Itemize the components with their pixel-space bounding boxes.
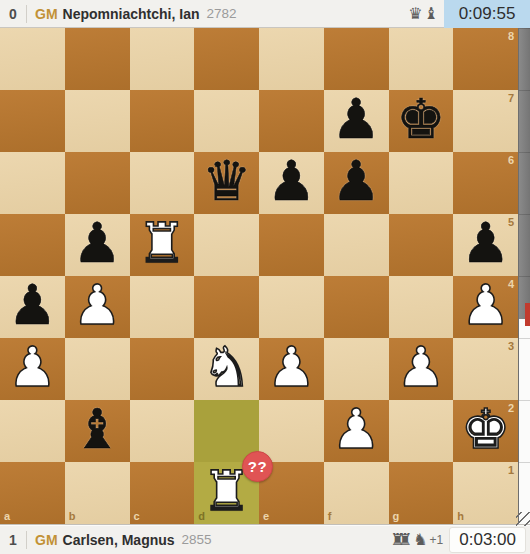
square-c2[interactable] [130, 400, 195, 462]
rank-label-6: 6 [508, 155, 514, 166]
square-h7[interactable]: 7 [453, 90, 518, 152]
square-f7[interactable]: ♟ [324, 90, 389, 152]
square-g6[interactable] [389, 152, 454, 214]
black-match-score: 0 [0, 6, 26, 22]
black-title: GM [35, 6, 58, 22]
square-b3[interactable] [65, 338, 130, 400]
square-e2[interactable] [259, 400, 324, 462]
square-e5[interactable] [259, 214, 324, 276]
file-label-b: b [69, 511, 76, 522]
chess-board[interactable]: 8♟♚7♛♟♟6♟♜5♟♟♟4♟♟♞♟♟3♝♟2♚abcd♜efg1h [0, 28, 518, 524]
captured-bishop-icon: ♝ [424, 6, 438, 22]
square-h6[interactable]: 6 [453, 152, 518, 214]
square-f2[interactable]: ♟ [324, 400, 389, 462]
square-e4[interactable] [259, 276, 324, 338]
white-match-score: 1 [0, 532, 26, 548]
square-h5[interactable]: 5♟ [453, 214, 518, 276]
square-a4[interactable]: ♟ [0, 276, 65, 338]
file-label-c: c [134, 511, 140, 522]
square-c5[interactable]: ♜ [130, 214, 195, 276]
square-f8[interactable] [324, 28, 389, 90]
square-b5[interactable]: ♟ [65, 214, 130, 276]
rank-label-7: 7 [508, 93, 514, 104]
square-a2[interactable] [0, 400, 65, 462]
white-king-h2[interactable]: ♚ [461, 402, 510, 457]
square-c8[interactable] [130, 28, 195, 90]
file-label-g: g [393, 511, 400, 522]
square-f4[interactable] [324, 276, 389, 338]
square-h3[interactable]: 3 [453, 338, 518, 400]
top-player-bar: 0 GM Nepomniachtchi, Ian 2782 ♛♝ 0:09:55 [0, 0, 530, 28]
file-label-e: e [263, 511, 269, 522]
square-b6[interactable] [65, 152, 130, 214]
rank-label-3: 3 [508, 341, 514, 352]
white-pawn-g3[interactable]: ♟ [396, 340, 445, 395]
black-material-advantage: ♛♝ [407, 6, 438, 22]
captured-knight-icon: ♞ [413, 532, 427, 548]
square-d3[interactable]: ♞ [194, 338, 259, 400]
black-pawn-a4[interactable]: ♟ [8, 278, 57, 333]
square-a3[interactable]: ♟ [0, 338, 65, 400]
white-pawn-a3[interactable]: ♟ [8, 340, 57, 395]
square-g1[interactable]: g [389, 462, 454, 524]
evaluation-bar[interactable] [518, 28, 530, 524]
square-g5[interactable] [389, 214, 454, 276]
material-points-advantage: +1 [430, 533, 444, 547]
bar-divider [26, 531, 27, 549]
white-pawn-f2[interactable]: ♟ [331, 402, 380, 457]
white-title: GM [35, 532, 58, 548]
evaluation-blunder-marker [525, 303, 530, 326]
white-pawn-e3[interactable]: ♟ [267, 340, 316, 395]
black-pawn-b5[interactable]: ♟ [72, 216, 121, 271]
square-g7[interactable]: ♚ [389, 90, 454, 152]
square-a5[interactable] [0, 214, 65, 276]
rank-label-8: 8 [508, 31, 514, 42]
square-d8[interactable] [194, 28, 259, 90]
black-clock: 0:09:55 [444, 0, 530, 28]
square-d5[interactable] [194, 214, 259, 276]
black-player-name: Nepomniachtchi, Ian [63, 6, 200, 22]
black-bishop-b2[interactable]: ♝ [72, 402, 121, 457]
square-f5[interactable] [324, 214, 389, 276]
bar-divider [26, 5, 27, 23]
square-g8[interactable] [389, 28, 454, 90]
file-label-a: a [4, 511, 10, 522]
square-d7[interactable] [194, 90, 259, 152]
square-c3[interactable] [130, 338, 195, 400]
square-f3[interactable] [324, 338, 389, 400]
square-a1[interactable]: a [0, 462, 65, 524]
board-area: 8♟♚7♛♟♟6♟♜5♟♟♟4♟♟♞♟♟3♝♟2♚abcd♜efg1h ?? [0, 28, 530, 524]
square-e7[interactable] [259, 90, 324, 152]
square-c6[interactable] [130, 152, 195, 214]
blunder-annotation-badge: ?? [242, 451, 273, 482]
square-b2[interactable]: ♝ [65, 400, 130, 462]
captured-queen-icon: ♛ [408, 6, 422, 22]
square-a7[interactable] [0, 90, 65, 152]
captured-rook-icon: ♜ [398, 532, 412, 548]
file-label-h: h [457, 511, 464, 522]
square-e6[interactable]: ♟ [259, 152, 324, 214]
square-h4[interactable]: 4♟ [453, 276, 518, 338]
square-b4[interactable]: ♟ [65, 276, 130, 338]
square-b8[interactable] [65, 28, 130, 90]
square-g4[interactable] [389, 276, 454, 338]
file-label-f: f [328, 511, 332, 522]
square-b7[interactable] [65, 90, 130, 152]
square-h1[interactable]: 1h [453, 462, 518, 524]
bottom-player-bar: 1 GM Carlsen, Magnus 2855 ♜♜♞+1 0:03:00 [0, 524, 530, 554]
black-pawn-f6[interactable]: ♟ [331, 154, 380, 209]
rank-label-1: 1 [508, 465, 514, 476]
white-knight-d3[interactable]: ♞ [202, 340, 251, 395]
black-pawn-h5[interactable]: ♟ [461, 216, 510, 271]
black-player-rating: 2782 [206, 6, 236, 21]
square-g2[interactable] [389, 400, 454, 462]
chess-app-window: 0 GM Nepomniachtchi, Ian 2782 ♛♝ 0:09:55… [0, 0, 530, 554]
square-c4[interactable] [130, 276, 195, 338]
white-player-rating: 2855 [182, 532, 212, 547]
white-player-name: Carlsen, Magnus [63, 532, 175, 548]
white-material-advantage: ♜♜♞+1 [390, 532, 444, 548]
square-g3[interactable]: ♟ [389, 338, 454, 400]
square-h2[interactable]: 2♚ [453, 400, 518, 462]
square-b1[interactable]: b [65, 462, 130, 524]
square-f6[interactable]: ♟ [324, 152, 389, 214]
square-d4[interactable] [194, 276, 259, 338]
white-rook-c5[interactable]: ♜ [137, 216, 186, 271]
black-queen-d6[interactable]: ♛ [202, 154, 251, 209]
white-pawn-b4[interactable]: ♟ [72, 278, 121, 333]
evaluation-tick-lines [519, 28, 530, 524]
black-king-g7[interactable]: ♚ [396, 92, 445, 147]
square-e3[interactable]: ♟ [259, 338, 324, 400]
square-h8[interactable]: 8 [453, 28, 518, 90]
square-f1[interactable]: f [324, 462, 389, 524]
white-pawn-h4[interactable]: ♟ [461, 278, 510, 333]
square-e8[interactable] [259, 28, 324, 90]
square-c1[interactable]: c [130, 462, 195, 524]
square-d6[interactable]: ♛ [194, 152, 259, 214]
square-c7[interactable] [130, 90, 195, 152]
black-pawn-e6[interactable]: ♟ [267, 154, 316, 209]
black-pawn-f7[interactable]: ♟ [331, 92, 380, 147]
square-a6[interactable] [0, 152, 65, 214]
resize-handle-icon[interactable] [516, 512, 530, 526]
square-a8[interactable] [0, 28, 65, 90]
white-clock: 0:03:00 [449, 527, 526, 553]
